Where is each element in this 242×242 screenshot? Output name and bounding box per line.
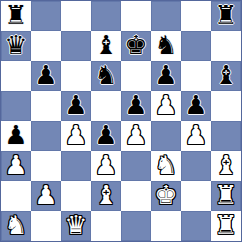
square-f4[interactable] bbox=[151, 121, 181, 151]
square-e3[interactable] bbox=[121, 151, 151, 181]
square-b6[interactable]: ♟ bbox=[31, 61, 61, 91]
square-d4[interactable]: ♟ bbox=[91, 121, 121, 151]
square-c6[interactable] bbox=[61, 61, 91, 91]
piece-black-bishop-d7[interactable]: ♝ bbox=[94, 31, 117, 60]
square-b1[interactable] bbox=[31, 211, 61, 241]
piece-black-pawn-b6[interactable]: ♟ bbox=[34, 61, 57, 90]
square-f3[interactable]: ♞ bbox=[151, 151, 181, 181]
square-b5[interactable] bbox=[31, 91, 61, 121]
square-c7[interactable] bbox=[61, 31, 91, 61]
square-g1[interactable] bbox=[181, 211, 211, 241]
square-a6[interactable] bbox=[1, 61, 31, 91]
square-d8[interactable] bbox=[91, 1, 121, 31]
piece-black-pawn-f6[interactable]: ♟ bbox=[154, 61, 177, 90]
square-b4[interactable] bbox=[31, 121, 61, 151]
square-b2[interactable]: ♟ bbox=[31, 181, 61, 211]
square-c3[interactable] bbox=[61, 151, 91, 181]
square-g2[interactable] bbox=[181, 181, 211, 211]
square-a8[interactable]: ♜ bbox=[1, 1, 31, 31]
square-d6[interactable]: ♞ bbox=[91, 61, 121, 91]
square-b3[interactable] bbox=[31, 151, 61, 181]
piece-white-pawn-g4[interactable]: ♟ bbox=[184, 121, 207, 150]
square-a2[interactable] bbox=[1, 181, 31, 211]
square-h1[interactable]: ♜ bbox=[211, 211, 241, 241]
square-h8[interactable]: ♜ bbox=[211, 1, 241, 31]
square-c5[interactable]: ♟ bbox=[61, 91, 91, 121]
square-g8[interactable] bbox=[181, 1, 211, 31]
square-g6[interactable] bbox=[181, 61, 211, 91]
square-h2[interactable]: ♜ bbox=[211, 181, 241, 211]
square-f6[interactable]: ♟ bbox=[151, 61, 181, 91]
piece-black-rook-h8[interactable]: ♜ bbox=[214, 1, 237, 30]
square-h6[interactable]: ♝ bbox=[211, 61, 241, 91]
square-c8[interactable] bbox=[61, 1, 91, 31]
square-f8[interactable] bbox=[151, 1, 181, 31]
square-d1[interactable] bbox=[91, 211, 121, 241]
chess-board: ♜♜♛♝♚♞♟♞♟♝♟♟♟♟♟♟♟♟♟♟♟♞♝♟♝♚♜♞♛♜ bbox=[1, 1, 241, 241]
piece-white-bishop-d2[interactable]: ♝ bbox=[94, 181, 117, 210]
piece-black-bishop-h6[interactable]: ♝ bbox=[214, 61, 237, 90]
board-frame: ♜♜♛♝♚♞♟♞♟♝♟♟♟♟♟♟♟♟♟♟♟♞♝♟♝♚♜♞♛♜ bbox=[0, 0, 242, 242]
piece-white-queen-c1[interactable]: ♛ bbox=[64, 211, 87, 240]
square-e5[interactable]: ♟ bbox=[121, 91, 151, 121]
piece-white-bishop-h3[interactable]: ♝ bbox=[214, 151, 237, 180]
square-d2[interactable]: ♝ bbox=[91, 181, 121, 211]
piece-black-pawn-d4[interactable]: ♟ bbox=[94, 121, 117, 150]
square-g7[interactable] bbox=[181, 31, 211, 61]
piece-black-pawn-e5[interactable]: ♟ bbox=[124, 91, 147, 120]
piece-black-rook-a8[interactable]: ♜ bbox=[4, 1, 27, 30]
square-g4[interactable]: ♟ bbox=[181, 121, 211, 151]
square-h4[interactable] bbox=[211, 121, 241, 151]
piece-white-pawn-d3[interactable]: ♟ bbox=[94, 151, 117, 180]
piece-white-pawn-b2[interactable]: ♟ bbox=[34, 181, 57, 210]
piece-white-pawn-f5[interactable]: ♟ bbox=[154, 91, 177, 120]
piece-white-rook-h1[interactable]: ♜ bbox=[214, 211, 237, 240]
piece-black-pawn-c5[interactable]: ♟ bbox=[64, 91, 87, 120]
piece-white-knight-a1[interactable]: ♞ bbox=[4, 211, 27, 240]
square-a5[interactable] bbox=[1, 91, 31, 121]
square-d7[interactable]: ♝ bbox=[91, 31, 121, 61]
square-g5[interactable]: ♟ bbox=[181, 91, 211, 121]
piece-black-knight-f7[interactable]: ♞ bbox=[154, 31, 177, 60]
piece-white-knight-f3[interactable]: ♞ bbox=[154, 151, 177, 180]
square-g3[interactable] bbox=[181, 151, 211, 181]
square-b8[interactable] bbox=[31, 1, 61, 31]
piece-white-pawn-c4[interactable]: ♟ bbox=[64, 121, 87, 150]
piece-white-rook-h2[interactable]: ♜ bbox=[214, 181, 237, 210]
square-h7[interactable] bbox=[211, 31, 241, 61]
square-f2[interactable]: ♚ bbox=[151, 181, 181, 211]
piece-white-pawn-a3[interactable]: ♟ bbox=[4, 151, 27, 180]
square-a7[interactable]: ♛ bbox=[1, 31, 31, 61]
piece-white-pawn-e4[interactable]: ♟ bbox=[124, 121, 147, 150]
square-a1[interactable]: ♞ bbox=[1, 211, 31, 241]
square-e7[interactable]: ♚ bbox=[121, 31, 151, 61]
square-c1[interactable]: ♛ bbox=[61, 211, 91, 241]
piece-black-knight-d6[interactable]: ♞ bbox=[94, 61, 117, 90]
piece-black-queen-a7[interactable]: ♛ bbox=[4, 31, 27, 60]
piece-black-pawn-g5[interactable]: ♟ bbox=[184, 91, 207, 120]
square-d5[interactable] bbox=[91, 91, 121, 121]
square-e8[interactable] bbox=[121, 1, 151, 31]
square-b7[interactable] bbox=[31, 31, 61, 61]
square-f7[interactable]: ♞ bbox=[151, 31, 181, 61]
square-e4[interactable]: ♟ bbox=[121, 121, 151, 151]
square-a3[interactable]: ♟ bbox=[1, 151, 31, 181]
square-h3[interactable]: ♝ bbox=[211, 151, 241, 181]
piece-black-pawn-a4[interactable]: ♟ bbox=[4, 121, 27, 150]
square-c4[interactable]: ♟ bbox=[61, 121, 91, 151]
square-e2[interactable] bbox=[121, 181, 151, 211]
piece-white-king-f2[interactable]: ♚ bbox=[154, 181, 177, 210]
square-d3[interactable]: ♟ bbox=[91, 151, 121, 181]
square-c2[interactable] bbox=[61, 181, 91, 211]
square-h5[interactable] bbox=[211, 91, 241, 121]
square-f1[interactable] bbox=[151, 211, 181, 241]
square-e6[interactable] bbox=[121, 61, 151, 91]
piece-black-king-e7[interactable]: ♚ bbox=[124, 31, 147, 60]
square-a4[interactable]: ♟ bbox=[1, 121, 31, 151]
square-f5[interactable]: ♟ bbox=[151, 91, 181, 121]
square-e1[interactable] bbox=[121, 211, 151, 241]
